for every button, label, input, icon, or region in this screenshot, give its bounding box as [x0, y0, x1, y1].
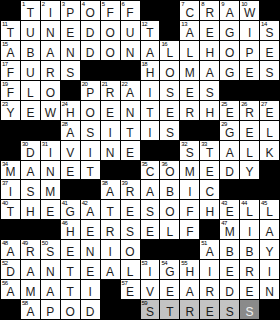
cell-r10c3[interactable]: M: [41, 180, 60, 199]
cell-r7c8[interactable]: I: [141, 121, 160, 140]
cell-r3c9[interactable]: 16L: [160, 41, 179, 60]
cell-letter: S: [121, 226, 140, 239]
cell-r12c6[interactable]: R: [101, 220, 120, 239]
cell-r9c1[interactable]: 34M: [1, 161, 20, 180]
black-cell-r7c10: [180, 121, 199, 140]
cell-r15c12[interactable]: D: [220, 280, 239, 299]
cell-r1c4[interactable]: 3P: [61, 1, 80, 20]
cell-r16c10[interactable]: R: [180, 300, 199, 319]
cell-letter: E: [240, 127, 259, 140]
cell-letter: A: [180, 286, 199, 299]
cell-r6c3[interactable]: W: [41, 101, 60, 120]
cell-letter: T: [160, 306, 179, 319]
cell-r16c13[interactable]: S: [240, 300, 259, 319]
black-cell-r15c6: [101, 280, 120, 299]
cell-r7c14[interactable]: L: [260, 121, 279, 140]
cell-r8c3[interactable]: 31I: [41, 141, 60, 160]
cell-r6c6[interactable]: E: [101, 101, 120, 120]
cell-r3c8[interactable]: A: [141, 41, 160, 60]
cell-r3c10[interactable]: L: [180, 41, 199, 60]
cell-letter: I: [41, 7, 60, 20]
cell-r3c4[interactable]: N: [61, 41, 80, 60]
cell-r2c10[interactable]: 13A: [180, 21, 199, 40]
cell-r11c12[interactable]: 43E: [220, 200, 239, 219]
cell-r3c11[interactable]: H: [200, 41, 219, 60]
cell-r2c14[interactable]: 14S: [260, 21, 279, 40]
cell-r3c1[interactable]: 15A: [1, 41, 20, 60]
cell-letter: T: [81, 166, 100, 179]
cell-letter: A: [61, 127, 80, 140]
cell-r12c10[interactable]: F: [180, 220, 199, 239]
cell-letter: S: [200, 87, 219, 100]
cell-r9c4[interactable]: E: [61, 161, 80, 180]
cell-r1c7[interactable]: 6F: [121, 1, 140, 20]
cell-r8c11[interactable]: 33T: [200, 141, 219, 160]
cell-r4c10[interactable]: M: [180, 61, 199, 80]
cell-letter: O: [101, 27, 120, 40]
cell-r9c13[interactable]: Y: [240, 161, 259, 180]
cell-r16c12[interactable]: S: [220, 300, 239, 319]
cell-letter: F: [180, 226, 199, 239]
cell-r9c3[interactable]: N: [41, 161, 60, 180]
cell-r13c6[interactable]: I: [101, 240, 120, 259]
cell-r1c13[interactable]: 10W: [240, 1, 259, 20]
cell-r15c1[interactable]: 56A: [1, 280, 20, 299]
cell-r9c8[interactable]: 35C: [141, 161, 160, 180]
cell-r9c11[interactable]: E: [200, 161, 219, 180]
black-cell-r5c4: [61, 81, 80, 100]
cell-letter: A: [101, 186, 120, 199]
cell-r10c2[interactable]: S: [21, 180, 40, 199]
cell-r5c9[interactable]: S: [160, 81, 179, 100]
cell-letter: E: [200, 27, 219, 40]
cell-r13c1[interactable]: 48A: [1, 240, 20, 259]
cell-r4c9[interactable]: O: [160, 61, 179, 80]
cell-r15c7[interactable]: 57E: [121, 280, 140, 299]
cell-letter: R: [200, 286, 219, 299]
cell-r16c9[interactable]: T: [160, 300, 179, 319]
cell-letter: N: [121, 47, 140, 60]
black-cell-r10c4: [61, 180, 80, 199]
cell-r16c5[interactable]: D: [81, 300, 100, 319]
cell-r8c12[interactable]: A: [220, 141, 239, 160]
cell-r7c5[interactable]: S: [81, 121, 100, 140]
cell-letter: O: [81, 107, 100, 120]
cell-r6c7[interactable]: N: [121, 101, 140, 120]
cell-letter: R: [180, 107, 199, 120]
cell-r3c7[interactable]: N: [121, 41, 140, 60]
black-cell-r10c12: [220, 180, 239, 199]
cell-letter: A: [21, 306, 40, 319]
cell-letter: H: [61, 226, 80, 239]
cell-r6c12[interactable]: 25E: [220, 101, 239, 120]
cell-letter: E: [260, 47, 279, 60]
cell-r12c5[interactable]: E: [81, 220, 100, 239]
cell-letter: A: [81, 206, 100, 219]
cell-letter: P: [61, 7, 80, 20]
cell-r14c9[interactable]: 54G: [160, 260, 179, 279]
cell-letter: I: [81, 286, 100, 299]
cell-letter: R: [101, 226, 120, 239]
cell-letter: E: [180, 87, 199, 100]
cell-r1c6[interactable]: 5F: [101, 1, 120, 20]
cell-r14c2[interactable]: A: [21, 260, 40, 279]
cell-r11c2[interactable]: H: [21, 200, 40, 219]
cell-letter: T: [141, 27, 160, 40]
cell-letter: T: [1, 206, 20, 219]
cell-r7c6[interactable]: I: [101, 121, 120, 140]
cell-letter: E: [220, 266, 239, 279]
cell-r10c1[interactable]: 37I: [1, 180, 20, 199]
cell-r10c9[interactable]: B: [160, 180, 179, 199]
cell-r11c1[interactable]: 40T: [1, 200, 20, 219]
cell-r7c4[interactable]: 28A: [61, 121, 80, 140]
cell-r8c6[interactable]: N: [101, 141, 120, 160]
cell-r13c14[interactable]: Y: [260, 240, 279, 259]
cell-r4c12[interactable]: G: [220, 61, 239, 80]
black-cell-r4c7: [121, 61, 140, 80]
cell-r9c9[interactable]: 36O: [160, 161, 179, 180]
cell-r4c13[interactable]: E: [240, 61, 259, 80]
cell-r11c9[interactable]: O: [160, 200, 179, 219]
black-cell-r8c9: [160, 141, 179, 160]
cell-r11c10[interactable]: F: [180, 200, 199, 219]
cell-r10c7[interactable]: 39R: [121, 180, 140, 199]
cell-letter: G: [160, 266, 179, 279]
cell-r8c7[interactable]: E: [121, 141, 140, 160]
cell-r3c13[interactable]: P: [240, 41, 259, 60]
black-cell-r2c9: [160, 21, 179, 40]
cell-letter: I: [260, 266, 279, 279]
cell-r13c5[interactable]: N: [81, 240, 100, 259]
cell-letter: S: [141, 306, 160, 319]
black-cell-r16c14: [260, 300, 279, 319]
cell-r3c14[interactable]: E: [260, 41, 279, 60]
cell-letter: O: [41, 87, 60, 100]
cell-r5c2[interactable]: L: [21, 81, 40, 100]
cell-letter: R: [240, 266, 259, 279]
cell-letter: T: [61, 266, 80, 279]
cell-r2c5[interactable]: D: [81, 21, 100, 40]
cell-letter: E: [101, 107, 120, 120]
cell-r10c10[interactable]: I: [180, 180, 199, 199]
cell-r2c8[interactable]: 12T: [141, 21, 160, 40]
cell-r14c11[interactable]: I: [200, 260, 219, 279]
cell-r5c10[interactable]: E: [180, 81, 199, 100]
cell-letter: S: [260, 67, 279, 80]
cell-letter: S: [61, 67, 80, 80]
cell-r6c11[interactable]: H: [200, 101, 219, 120]
cell-r14c14[interactable]: I: [260, 260, 279, 279]
cell-r14c1[interactable]: 52D: [1, 260, 20, 279]
cell-r2c4[interactable]: E: [61, 21, 80, 40]
cell-r2c1[interactable]: 11T: [1, 21, 20, 40]
cell-r15c11[interactable]: R: [200, 280, 219, 299]
cell-letter: G: [61, 206, 80, 219]
cell-r3c12[interactable]: O: [220, 41, 239, 60]
cell-r5c6[interactable]: 21R: [101, 81, 120, 100]
cell-r13c7[interactable]: O: [121, 240, 140, 259]
cell-r2c13[interactable]: I: [240, 21, 259, 40]
black-cell-r1c1: [1, 1, 20, 20]
cell-r15c5[interactable]: I: [81, 280, 100, 299]
cell-r12c14[interactable]: A: [260, 220, 279, 239]
cell-letter: Y: [240, 166, 259, 179]
cell-letter: B: [21, 47, 40, 60]
cell-r4c3[interactable]: R: [41, 61, 60, 80]
cell-r15c8[interactable]: V: [141, 280, 160, 299]
cell-r11c8[interactable]: S: [141, 200, 160, 219]
black-cell-r7c2: [21, 121, 40, 140]
cell-r6c10[interactable]: R: [180, 101, 199, 120]
black-cell-r5c12: [220, 81, 239, 100]
cell-letter: E: [121, 286, 140, 299]
cell-r12c13[interactable]: I: [240, 220, 259, 239]
cell-r3c5[interactable]: D: [81, 41, 100, 60]
cell-r12c4[interactable]: 46H: [61, 220, 80, 239]
cell-r13c4[interactable]: E: [61, 240, 80, 259]
cell-letter: H: [200, 206, 219, 219]
cell-r2c3[interactable]: N: [41, 21, 60, 40]
cell-r11c11[interactable]: H: [200, 200, 219, 219]
cell-letter: O: [81, 7, 100, 20]
cell-r7c9[interactable]: S: [160, 121, 179, 140]
cell-r9c10[interactable]: M: [180, 161, 199, 180]
cell-letter: F: [101, 7, 120, 20]
cell-letter: I: [200, 266, 219, 279]
cell-letter: A: [41, 47, 60, 60]
cell-letter: S: [240, 306, 259, 319]
cell-r15c3[interactable]: A: [41, 280, 60, 299]
black-cell-r9c7: [121, 161, 140, 180]
cell-letter: N: [260, 286, 279, 299]
cell-r11c7[interactable]: E: [121, 200, 140, 219]
cell-letter: P: [81, 87, 100, 100]
cell-r5c7[interactable]: 22A: [121, 81, 140, 100]
cell-r2c7[interactable]: U: [121, 21, 140, 40]
black-cell-r13c8: [141, 240, 160, 259]
cell-r1c12[interactable]: 9A: [220, 1, 239, 20]
black-cell-r10c5: [81, 180, 100, 199]
cell-letter: M: [220, 226, 239, 239]
cell-letter: F: [1, 87, 20, 100]
cell-r5c5[interactable]: 20P: [81, 81, 100, 100]
cell-r14c6[interactable]: A: [101, 260, 120, 279]
cell-r14c7[interactable]: L: [121, 260, 140, 279]
cell-r15c2[interactable]: M: [21, 280, 40, 299]
cell-r7c7[interactable]: T: [121, 121, 140, 140]
cell-letter: S: [260, 27, 279, 40]
cell-letter: A: [141, 47, 160, 60]
cell-r4c2[interactable]: U: [21, 61, 40, 80]
black-cell-r8c8: [141, 141, 160, 160]
cell-r6c8[interactable]: T: [141, 101, 160, 120]
cell-letter: E: [41, 206, 60, 219]
cell-r12c7[interactable]: S: [121, 220, 140, 239]
cell-r14c10[interactable]: 55H: [180, 260, 199, 279]
cell-letter: I: [180, 186, 199, 199]
cell-letter: G: [220, 67, 239, 80]
cell-r13c2[interactable]: 49R: [21, 240, 40, 259]
cell-r1c10[interactable]: 7C: [180, 1, 199, 20]
cell-r10c11[interactable]: C: [200, 180, 219, 199]
cell-r4c4[interactable]: S: [61, 61, 80, 80]
cell-r1c11[interactable]: 8R: [200, 1, 219, 20]
cell-r2c11[interactable]: E: [200, 21, 219, 40]
cell-r9c5[interactable]: T: [81, 161, 100, 180]
cell-r6c14[interactable]: 27E: [260, 101, 279, 120]
cell-r11c6[interactable]: T: [101, 200, 120, 219]
cell-r12c8[interactable]: E: [141, 220, 160, 239]
cell-r6c4[interactable]: 24H: [61, 101, 80, 120]
cell-r13c11[interactable]: 51A: [200, 240, 219, 259]
cell-r8c13[interactable]: L: [240, 141, 259, 160]
cell-letter: A: [220, 147, 239, 160]
cell-letter: T: [1, 27, 20, 40]
cell-r5c8[interactable]: I: [141, 81, 160, 100]
cell-r4c8[interactable]: 18H: [141, 61, 160, 80]
cell-r6c9[interactable]: E: [160, 101, 179, 120]
cell-letter: S: [141, 206, 160, 219]
cell-r14c13[interactable]: R: [240, 260, 259, 279]
black-cell-r16c6: [101, 300, 120, 319]
cell-r14c12[interactable]: E: [220, 260, 239, 279]
cell-r10c6[interactable]: 38A: [101, 180, 120, 199]
cell-r3c3[interactable]: A: [41, 41, 60, 60]
cell-letter: A: [1, 286, 20, 299]
cell-letter: T: [141, 107, 160, 120]
cell-r8c5[interactable]: I: [81, 141, 100, 160]
cell-r4c14[interactable]: S: [260, 61, 279, 80]
cell-r1c5[interactable]: 4O: [81, 1, 100, 20]
cell-r8c2[interactable]: 30D: [21, 141, 40, 160]
cell-letter: M: [180, 67, 199, 80]
cell-letter: L: [160, 47, 179, 60]
cell-letter: U: [121, 27, 140, 40]
cell-r16c8[interactable]: 59S: [141, 300, 160, 319]
cell-letter: R: [240, 107, 259, 120]
cell-letter: E: [220, 206, 239, 219]
cell-letter: W: [240, 7, 259, 20]
cell-r6c5[interactable]: O: [81, 101, 100, 120]
cell-r11c4[interactable]: 41G: [61, 200, 80, 219]
cell-r2c2[interactable]: U: [21, 21, 40, 40]
cell-letter: E: [81, 266, 100, 279]
cell-r8c4[interactable]: V: [61, 141, 80, 160]
cell-letter: L: [180, 47, 199, 60]
cell-letter: U: [21, 27, 40, 40]
cell-letter: A: [121, 87, 140, 100]
cell-letter: A: [200, 246, 219, 259]
cell-letter: A: [101, 266, 120, 279]
cell-letter: P: [240, 47, 259, 60]
cell-letter: Y: [260, 246, 279, 259]
cell-r11c5[interactable]: 42A: [81, 200, 100, 219]
cell-r11c14[interactable]: 45L: [260, 200, 279, 219]
cell-r16c2[interactable]: 58A: [21, 300, 40, 319]
cell-r15c14[interactable]: N: [260, 280, 279, 299]
cell-letter: P: [41, 306, 60, 319]
cell-letter: L: [240, 206, 259, 219]
cell-r15c4[interactable]: T: [61, 280, 80, 299]
cell-r12c12[interactable]: 47M: [220, 220, 239, 239]
cell-letter: D: [81, 27, 100, 40]
cell-r11c3[interactable]: E: [41, 200, 60, 219]
cell-r4c11[interactable]: A: [200, 61, 219, 80]
cell-r6c1[interactable]: 23Y: [1, 101, 20, 120]
cell-letter: M: [21, 286, 40, 299]
cell-r2c6[interactable]: O: [101, 21, 120, 40]
cell-letter: N: [41, 27, 60, 40]
cell-letter: T: [101, 206, 120, 219]
cell-letter: N: [101, 147, 120, 160]
cell-r7c13[interactable]: E: [240, 121, 259, 140]
cell-r16c3[interactable]: P: [41, 300, 60, 319]
cell-letter: O: [220, 47, 239, 60]
cell-letter: R: [101, 87, 120, 100]
cell-r6c2[interactable]: E: [21, 101, 40, 120]
cell-r1c3[interactable]: 2I: [41, 1, 60, 20]
cell-r5c3[interactable]: O: [41, 81, 60, 100]
cell-r13c13[interactable]: B: [240, 240, 259, 259]
cell-letter: B: [220, 246, 239, 259]
cell-r16c11[interactable]: E: [200, 300, 219, 319]
cell-r7c12[interactable]: 29G: [220, 121, 239, 140]
cell-letter: A: [21, 166, 40, 179]
cell-letter: C: [200, 186, 219, 199]
cell-r15c9[interactable]: E: [160, 280, 179, 299]
cell-letter: A: [21, 266, 40, 279]
cell-r9c2[interactable]: A: [21, 161, 40, 180]
cell-letter: A: [1, 47, 20, 60]
cell-r3c6[interactable]: O: [101, 41, 120, 60]
cell-letter: N: [41, 266, 60, 279]
cell-r13c12[interactable]: B: [220, 240, 239, 259]
cell-letter: O: [160, 67, 179, 80]
cell-r10c8[interactable]: A: [141, 180, 160, 199]
cell-r13c3[interactable]: 50S: [41, 240, 60, 259]
cell-letter: H: [21, 206, 40, 219]
cell-letter: I: [81, 147, 100, 160]
cell-r8c10[interactable]: 32S: [180, 141, 199, 160]
cell-r5c1[interactable]: 19F: [1, 81, 20, 100]
black-cell-r4c6: [101, 61, 120, 80]
cell-r11c13[interactable]: 44L: [240, 200, 259, 219]
cell-r15c10[interactable]: A: [180, 280, 199, 299]
cell-letter: O: [101, 47, 120, 60]
cell-r5c11[interactable]: S: [200, 81, 219, 100]
cell-r14c3[interactable]: N: [41, 260, 60, 279]
black-cell-r12c2: [21, 220, 40, 239]
cell-letter: L: [21, 87, 40, 100]
cell-r14c4[interactable]: T: [61, 260, 80, 279]
cell-r1c2[interactable]: 1T: [21, 1, 40, 20]
cell-r8c14[interactable]: K: [260, 141, 279, 160]
cell-r3c2[interactable]: B: [21, 41, 40, 60]
cell-r2c12[interactable]: G: [220, 21, 239, 40]
cell-letter: S: [21, 186, 40, 199]
cell-r4c1[interactable]: 17F: [1, 61, 20, 80]
cell-r15c13[interactable]: E: [240, 280, 259, 299]
cell-letter: T: [121, 127, 140, 140]
cell-letter: A: [220, 7, 239, 20]
cell-r14c5[interactable]: E: [81, 260, 100, 279]
cell-r14c8[interactable]: 53I: [141, 260, 160, 279]
cell-r12c9[interactable]: L: [160, 220, 179, 239]
cell-r6c13[interactable]: 26R: [240, 101, 259, 120]
cell-r9c12[interactable]: D: [220, 161, 239, 180]
cell-r16c4[interactable]: O: [61, 300, 80, 319]
